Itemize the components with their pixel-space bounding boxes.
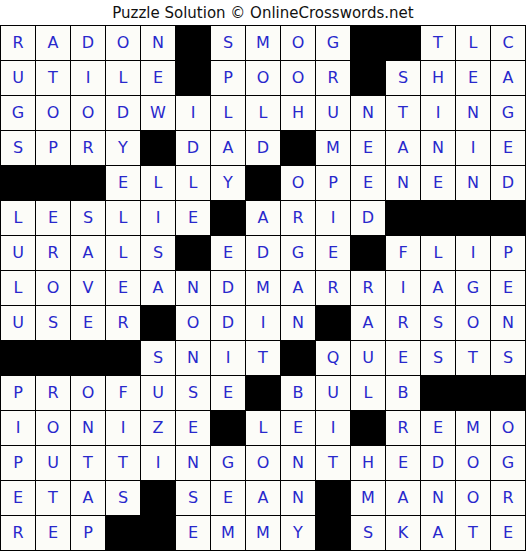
letter-cell: E [176,201,210,235]
letter-cell: U [141,376,175,410]
letter-cell: P [491,236,525,270]
block-cell [316,481,350,515]
letter-cell: B [281,376,315,410]
letter-cell: N [491,306,525,340]
letter-cell: A [71,236,105,270]
letter-cell: R [36,376,70,410]
letter-cell: P [71,516,105,550]
letter-cell: S [176,481,210,515]
letter-cell: T [456,516,490,550]
letter-cell: O [281,26,315,60]
letter-cell: N [386,166,420,200]
letter-cell: I [211,341,245,375]
letter-cell: P [316,166,350,200]
letter-cell: E [456,61,490,95]
letter-cell: O [71,96,105,130]
letter-cell: D [211,306,245,340]
block-cell [246,166,280,200]
letter-cell: H [351,446,385,480]
letter-cell: D [211,271,245,305]
letter-cell: I [316,411,350,445]
letter-cell: L [176,166,210,200]
letter-cell: E [176,516,210,550]
block-cell [211,411,245,445]
block-cell [141,131,175,165]
letter-cell: P [36,131,70,165]
letter-cell: S [386,61,420,95]
letter-cell: T [36,481,70,515]
letter-cell: I [141,446,175,480]
letter-cell: S [106,481,140,515]
letter-cell: P [1,446,35,480]
letter-cell: Q [316,341,350,375]
letter-cell: D [71,26,105,60]
block-cell [106,341,140,375]
letter-cell: O [456,306,490,340]
letter-cell: G [456,271,490,305]
letter-cell: D [106,96,140,130]
letter-cell: L [106,61,140,95]
block-cell [456,201,490,235]
letter-cell: A [36,26,70,60]
block-cell [351,236,385,270]
letter-cell: U [316,376,350,410]
letter-cell: T [386,96,420,130]
letter-cell: U [316,96,350,130]
letter-cell: A [421,271,455,305]
letter-cell: D [351,201,385,235]
block-cell [36,166,70,200]
letter-cell: L [106,201,140,235]
letter-cell: I [316,201,350,235]
letter-cell: P [211,61,245,95]
letter-cell: E [141,61,175,95]
block-cell [106,516,140,550]
block-cell [316,516,350,550]
letter-cell: H [281,96,315,130]
letter-cell: S [351,516,385,550]
letter-cell: S [36,306,70,340]
letter-cell: O [36,411,70,445]
letter-cell: N [176,271,210,305]
letter-cell: E [106,166,140,200]
block-cell [421,201,455,235]
letter-cell: E [491,516,525,550]
letter-cell: O [456,481,490,515]
letter-cell: L [246,96,280,130]
letter-cell: I [456,236,490,270]
block-cell [141,481,175,515]
letter-cell: N [281,306,315,340]
block-cell [281,341,315,375]
page-title: Puzzle Solution © OnlineCrosswords.net [0,0,526,25]
letter-cell: M [211,516,245,550]
letter-cell: L [1,201,35,235]
letter-cell: T [246,341,280,375]
block-cell [211,201,245,235]
letter-cell: A [281,271,315,305]
letter-cell: U [351,341,385,375]
letter-cell: O [246,61,280,95]
block-cell [386,26,420,60]
letter-cell: E [71,306,105,340]
block-cell [281,131,315,165]
letter-cell: I [71,61,105,95]
letter-cell: A [491,61,525,95]
letter-cell: E [211,481,245,515]
letter-cell: C [491,26,525,60]
block-cell [351,61,385,95]
block-cell [71,341,105,375]
letter-cell: E [211,236,245,270]
letter-cell: R [351,271,385,305]
letter-cell: F [106,376,140,410]
letter-cell: B [386,376,420,410]
letter-cell: O [281,61,315,95]
letter-cell: R [1,26,35,60]
letter-cell: H [421,61,455,95]
letter-cell: G [281,236,315,270]
letter-cell: U [1,236,35,270]
letter-cell: O [456,446,490,480]
block-cell [1,166,35,200]
letter-cell: M [351,481,385,515]
block-cell [421,376,455,410]
letter-cell: E [106,271,140,305]
letter-cell: A [386,481,420,515]
letter-cell: N [421,481,455,515]
letter-cell: E [36,516,70,550]
letter-cell: T [71,446,105,480]
letter-cell: A [141,271,175,305]
letter-cell: E [176,411,210,445]
letter-cell: S [141,341,175,375]
crossword-grid: RADONSMOGTLCUTILEPOORSHEAGOODWILLHUNTING… [0,25,526,551]
letter-cell: E [316,236,350,270]
letter-cell: E [386,341,420,375]
block-cell [316,306,350,340]
letter-cell: L [246,411,280,445]
letter-cell: E [421,166,455,200]
letter-cell: Y [281,516,315,550]
letter-cell: A [351,306,385,340]
letter-cell: S [421,341,455,375]
letter-cell: E [491,271,525,305]
block-cell [456,376,490,410]
letter-cell: L [141,166,175,200]
letter-cell: T [36,61,70,95]
letter-cell: E [211,376,245,410]
letter-cell: T [316,446,350,480]
block-cell [141,516,175,550]
letter-cell: L [211,96,245,130]
letter-cell: V [71,271,105,305]
letter-cell: D [246,131,280,165]
block-cell [176,61,210,95]
letter-cell: R [386,306,420,340]
letter-cell: E [386,446,420,480]
letter-cell: I [386,271,420,305]
letter-cell: Z [141,411,175,445]
letter-cell: N [281,446,315,480]
letter-cell: I [421,96,455,130]
block-cell [246,376,280,410]
letter-cell: S [176,376,210,410]
letter-cell: O [36,271,70,305]
letter-cell: T [456,341,490,375]
letter-cell: I [456,131,490,165]
letter-cell: O [176,306,210,340]
letter-cell: T [421,26,455,60]
letter-cell: U [36,446,70,480]
block-cell [491,201,525,235]
letter-cell: D [176,131,210,165]
letter-cell: L [351,376,385,410]
letter-cell: F [386,236,420,270]
block-cell [351,26,385,60]
letter-cell: G [491,96,525,130]
letter-cell: R [281,201,315,235]
letter-cell: R [316,61,350,95]
letter-cell: O [246,446,280,480]
block-cell [141,306,175,340]
letter-cell: G [491,446,525,480]
letter-cell: G [211,446,245,480]
letter-cell: M [246,516,280,550]
letter-cell: I [176,96,210,130]
letter-cell: O [281,166,315,200]
letter-cell: M [246,26,280,60]
letter-cell: O [106,26,140,60]
letter-cell: E [351,166,385,200]
block-cell [176,236,210,270]
letter-cell: I [1,411,35,445]
letter-cell: I [141,201,175,235]
letter-cell: O [491,411,525,445]
letter-cell: A [386,131,420,165]
letter-cell: Y [211,166,245,200]
letter-cell: W [141,96,175,130]
letter-cell: L [106,236,140,270]
letter-cell: O [36,96,70,130]
letter-cell: G [1,96,35,130]
letter-cell: M [456,411,490,445]
letter-cell: S [71,201,105,235]
block-cell [36,341,70,375]
letter-cell: U [1,61,35,95]
letter-cell: P [1,376,35,410]
letter-cell: S [141,236,175,270]
letter-cell: N [141,26,175,60]
letter-cell: K [386,516,420,550]
letter-cell: D [246,236,280,270]
letter-cell: N [281,481,315,515]
letter-cell: T [106,446,140,480]
letter-cell: I [246,306,280,340]
block-cell [176,26,210,60]
letter-cell: R [386,411,420,445]
letter-cell: I [106,411,140,445]
letter-cell: S [1,131,35,165]
letter-cell: S [211,26,245,60]
letter-cell: N [176,446,210,480]
block-cell [386,201,420,235]
letter-cell: L [421,236,455,270]
letter-cell: R [316,271,350,305]
letter-cell: A [211,131,245,165]
letter-cell: A [421,516,455,550]
letter-cell: R [1,516,35,550]
letter-cell: A [246,481,280,515]
letter-cell: N [456,96,490,130]
block-cell [1,341,35,375]
block-cell [351,411,385,445]
letter-cell: N [421,131,455,165]
block-cell [71,166,105,200]
letter-cell: N [351,96,385,130]
letter-cell: A [71,481,105,515]
letter-cell: N [176,341,210,375]
letter-cell: E [421,411,455,445]
letter-cell: D [491,166,525,200]
letter-cell: S [421,306,455,340]
letter-cell: M [316,131,350,165]
letter-cell: U [1,306,35,340]
block-cell [491,376,525,410]
letter-cell: M [246,271,280,305]
letter-cell: O [71,376,105,410]
letter-cell: E [281,411,315,445]
letter-cell: E [36,201,70,235]
letter-cell: N [456,166,490,200]
letter-cell: E [1,481,35,515]
letter-cell: G [316,26,350,60]
letter-cell: E [351,131,385,165]
letter-cell: A [246,201,280,235]
letter-cell: R [36,236,70,270]
letter-cell: S [491,341,525,375]
letter-cell: L [456,26,490,60]
letter-cell: E [491,131,525,165]
letter-cell: L [1,271,35,305]
letter-cell: Y [106,131,140,165]
letter-cell: R [491,481,525,515]
letter-cell: N [71,411,105,445]
letter-cell: D [421,446,455,480]
letter-cell: R [106,306,140,340]
letter-cell: R [71,131,105,165]
